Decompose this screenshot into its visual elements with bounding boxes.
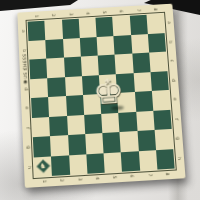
square[interactable] <box>28 21 46 41</box>
square[interactable] <box>120 131 139 152</box>
square[interactable] <box>121 151 140 172</box>
square[interactable] <box>101 112 120 133</box>
square[interactable] <box>102 132 121 153</box>
square[interactable] <box>32 117 50 138</box>
square[interactable] <box>29 59 47 79</box>
square[interactable] <box>104 152 123 173</box>
square[interactable] <box>95 17 113 37</box>
square[interactable] <box>45 39 63 59</box>
square[interactable] <box>46 58 64 78</box>
board-frame-line: ♚♞ <box>28 14 175 177</box>
square[interactable] <box>129 15 147 35</box>
square[interactable] <box>66 95 84 115</box>
knight-icon: ♞ <box>40 163 47 171</box>
square[interactable] <box>152 90 171 110</box>
square[interactable] <box>51 155 69 176</box>
square[interactable] <box>62 19 80 39</box>
square[interactable] <box>86 153 105 174</box>
square[interactable] <box>84 113 102 134</box>
board-grid: ♚♞ <box>28 14 175 177</box>
square[interactable] <box>138 150 157 171</box>
square[interactable] <box>80 37 98 57</box>
square[interactable] <box>118 111 137 132</box>
square[interactable] <box>156 149 175 170</box>
square[interactable] <box>131 34 149 54</box>
square[interactable] <box>114 35 132 55</box>
us-chess-wordmark: ◉ US CHESS <box>21 53 28 86</box>
square[interactable] <box>97 36 115 56</box>
square[interactable] <box>47 77 65 97</box>
square[interactable] <box>148 33 166 53</box>
square[interactable] <box>31 97 49 117</box>
chess-board[interactable]: 12345678 12345678 abcdefgh abcdefgh ◉ US… <box>17 4 185 188</box>
square[interactable] <box>64 57 82 77</box>
us-chess-circle-logo-icon: ◉ <box>22 79 28 86</box>
square[interactable] <box>134 91 153 111</box>
square[interactable]: ♞ <box>34 156 52 177</box>
square[interactable] <box>150 71 169 91</box>
photo-scene: 12345678 12345678 abcdefgh abcdefgh ◉ US… <box>0 0 200 200</box>
square[interactable] <box>65 76 83 96</box>
square[interactable] <box>133 72 151 92</box>
square[interactable] <box>154 129 173 150</box>
square[interactable] <box>45 20 63 40</box>
square[interactable] <box>136 110 155 131</box>
square[interactable] <box>50 135 68 156</box>
square[interactable] <box>28 40 46 60</box>
square[interactable] <box>49 115 67 136</box>
square[interactable] <box>30 78 48 98</box>
square[interactable] <box>69 154 88 175</box>
white-king-piece[interactable]: ♚ <box>92 73 124 109</box>
square[interactable] <box>149 52 167 72</box>
square[interactable] <box>112 16 130 36</box>
square[interactable] <box>137 130 156 151</box>
square[interactable] <box>48 96 66 116</box>
square[interactable] <box>33 136 51 157</box>
us-chess-knight-diamond-logo: ♞ <box>36 159 50 173</box>
square[interactable] <box>85 133 104 154</box>
square[interactable] <box>78 18 96 38</box>
square[interactable] <box>132 53 150 73</box>
square[interactable] <box>68 134 86 155</box>
square[interactable]: ♚ <box>100 93 118 113</box>
square[interactable] <box>63 38 81 58</box>
square[interactable] <box>67 114 85 135</box>
square[interactable] <box>153 109 172 130</box>
square[interactable] <box>146 14 164 34</box>
brand-text: US CHESS <box>21 53 27 79</box>
